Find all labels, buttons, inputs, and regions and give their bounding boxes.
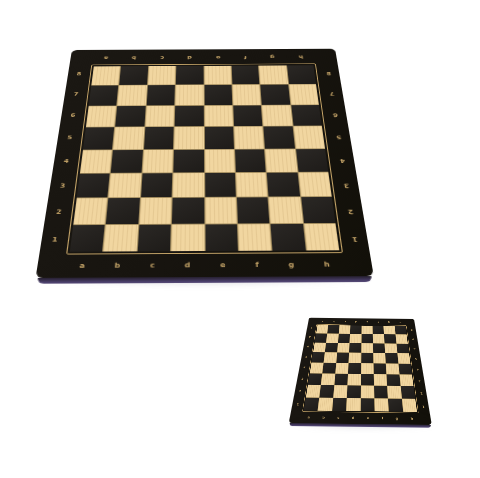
coord-label-top-b: b xyxy=(132,55,137,59)
square-f5 xyxy=(234,127,264,149)
square-e7 xyxy=(204,85,232,105)
coord-label-bottom-c: c xyxy=(337,416,339,419)
square-e3 xyxy=(205,173,236,197)
square-h8 xyxy=(395,326,407,334)
square-a2 xyxy=(306,385,321,397)
square-c8 xyxy=(148,66,176,85)
coord-label-right-2: 2 xyxy=(420,392,423,395)
square-e6 xyxy=(361,343,373,352)
coord-label-right-1: 1 xyxy=(422,405,425,408)
square-a4 xyxy=(80,150,112,173)
square-f3 xyxy=(374,374,387,385)
square-f8 xyxy=(373,326,384,334)
playing-area-border xyxy=(66,63,343,254)
square-c4 xyxy=(335,363,348,374)
square-b2 xyxy=(106,198,139,224)
square-c7 xyxy=(146,85,175,105)
square-h3 xyxy=(400,375,414,386)
square-e4 xyxy=(205,149,235,172)
square-f1 xyxy=(375,398,389,411)
coord-label-left-5: 5 xyxy=(305,356,307,358)
square-c3 xyxy=(334,374,347,385)
square-g5 xyxy=(264,126,295,148)
coord-label-top-h: h xyxy=(399,321,401,323)
coord-label-bottom-f: f xyxy=(382,417,384,420)
coord-label-right-6: 6 xyxy=(332,112,337,117)
coord-label-left-6: 6 xyxy=(307,346,309,348)
square-a1 xyxy=(70,225,105,252)
coord-label-bottom-a: a xyxy=(79,263,85,270)
chessboard-main-view: abcdefgh 87654321 87654321 abcdefgh xyxy=(36,49,374,278)
square-b3 xyxy=(109,173,141,197)
square-d8 xyxy=(176,66,203,85)
square-g6 xyxy=(262,105,292,126)
square-f6 xyxy=(373,343,385,352)
square-d7 xyxy=(175,85,203,105)
square-g7 xyxy=(384,334,396,343)
coord-label-bottom-d: d xyxy=(185,262,191,269)
coord-label-bottom-e: e xyxy=(367,417,369,420)
square-b3 xyxy=(321,374,335,385)
square-b6 xyxy=(325,343,337,352)
square-c5 xyxy=(144,127,174,149)
square-h1 xyxy=(304,223,340,250)
square-b4 xyxy=(111,150,143,173)
coord-label-left-1: 1 xyxy=(296,403,299,406)
coord-label-bottom-h: h xyxy=(411,417,414,420)
coord-label-bottom-f: f xyxy=(255,262,259,269)
square-b8 xyxy=(120,66,148,85)
square-h1 xyxy=(402,399,417,412)
square-d1 xyxy=(171,224,204,251)
square-f7 xyxy=(373,334,385,343)
coord-label-right-1: 1 xyxy=(351,235,357,241)
square-c1 xyxy=(332,398,346,411)
square-d3 xyxy=(348,374,361,385)
square-d8 xyxy=(350,325,361,333)
square-h6 xyxy=(397,344,410,353)
square-b6 xyxy=(116,106,146,127)
square-g7 xyxy=(261,85,290,105)
coord-label-top-d: d xyxy=(188,55,193,59)
square-a6 xyxy=(313,343,326,352)
coord-label-top-f: f xyxy=(244,54,247,58)
square-a7 xyxy=(89,86,119,106)
square-c5 xyxy=(336,353,349,363)
square-b1 xyxy=(104,225,138,252)
square-g3 xyxy=(267,173,300,197)
square-a4 xyxy=(310,363,324,374)
square-h5 xyxy=(293,126,325,148)
square-d2 xyxy=(172,198,204,224)
square-h5 xyxy=(397,353,410,363)
coord-label-top-e: e xyxy=(216,54,220,58)
coord-label-left-2: 2 xyxy=(299,390,302,393)
square-d4 xyxy=(173,149,203,172)
coord-label-left-7: 7 xyxy=(309,336,311,338)
square-f6 xyxy=(233,105,262,126)
playing-area-border xyxy=(302,324,418,413)
square-b5 xyxy=(324,352,337,362)
square-d3 xyxy=(173,173,204,197)
square-a5 xyxy=(83,127,114,149)
square-g8 xyxy=(384,326,395,334)
coord-label-left-1: 1 xyxy=(52,237,58,243)
coord-label-left-4: 4 xyxy=(63,159,69,164)
chessboard: abcdefgh 87654321 87654321 abcdefgh xyxy=(289,318,432,425)
square-e1 xyxy=(205,224,238,251)
coord-label-top-e: e xyxy=(366,321,368,323)
square-h2 xyxy=(301,197,336,223)
square-g4 xyxy=(386,363,399,374)
coord-label-right-3: 3 xyxy=(343,182,349,188)
coord-label-top-g: g xyxy=(270,54,275,58)
square-c2 xyxy=(333,385,347,397)
coord-label-bottom-e: e xyxy=(220,262,226,269)
square-e6 xyxy=(204,105,233,126)
coord-label-left-6: 6 xyxy=(70,113,75,118)
square-c7 xyxy=(338,334,350,343)
square-b8 xyxy=(328,325,340,333)
coord-label-bottom-d: d xyxy=(352,416,354,419)
square-g5 xyxy=(385,353,398,363)
square-c6 xyxy=(145,106,174,127)
square-g3 xyxy=(387,374,401,385)
square-c4 xyxy=(142,150,173,173)
coord-label-right-7: 7 xyxy=(412,338,414,340)
coord-label-top-f: f xyxy=(378,321,379,323)
square-g8 xyxy=(259,65,288,84)
coord-label-right-4: 4 xyxy=(339,157,345,162)
square-a3 xyxy=(77,173,110,197)
coord-label-top-c: c xyxy=(344,320,346,322)
squares-grid xyxy=(304,325,417,412)
square-a8 xyxy=(91,66,120,85)
square-f8 xyxy=(232,66,260,85)
square-a8 xyxy=(316,325,328,333)
coord-label-left-2: 2 xyxy=(56,209,62,215)
square-f2 xyxy=(237,198,270,224)
coord-label-left-8: 8 xyxy=(310,327,312,329)
square-f7 xyxy=(232,85,261,105)
square-f4 xyxy=(235,149,266,172)
square-f4 xyxy=(374,363,387,374)
square-d6 xyxy=(349,343,361,352)
coord-label-top-b: b xyxy=(333,320,335,322)
square-b4 xyxy=(323,363,336,374)
square-d2 xyxy=(347,386,360,398)
square-a5 xyxy=(312,352,325,362)
square-b5 xyxy=(113,127,144,149)
square-h7 xyxy=(396,335,408,344)
coords-top: abcdefgh xyxy=(91,49,316,65)
square-b1 xyxy=(318,398,333,411)
coord-label-top-h: h xyxy=(298,54,303,58)
square-d7 xyxy=(350,334,361,343)
coord-label-left-7: 7 xyxy=(73,92,78,97)
square-h3 xyxy=(298,172,332,196)
square-e8 xyxy=(204,66,231,85)
chessboard-thumbnail-view: abcdefgh 87654321 87654321 abcdefgh xyxy=(289,318,432,425)
coord-label-right-8: 8 xyxy=(410,329,412,331)
square-d1 xyxy=(346,398,360,411)
coord-label-bottom-g: g xyxy=(288,261,294,268)
square-c1 xyxy=(137,224,170,251)
coord-label-bottom-h: h xyxy=(324,261,330,268)
square-h7 xyxy=(289,85,319,105)
square-h8 xyxy=(287,65,316,84)
squares-grid xyxy=(70,65,339,251)
coord-label-right-2: 2 xyxy=(347,208,353,214)
coord-label-top-d: d xyxy=(355,321,357,323)
square-g1 xyxy=(271,224,306,251)
square-g6 xyxy=(385,344,397,353)
coord-label-bottom-b: b xyxy=(114,262,120,269)
coord-label-right-5: 5 xyxy=(415,357,417,359)
coord-label-top-c: c xyxy=(160,55,164,59)
square-d6 xyxy=(175,106,204,127)
square-g4 xyxy=(265,149,297,172)
coords-bottom: abcdefgh xyxy=(63,253,346,278)
coord-label-right-3: 3 xyxy=(418,379,421,382)
coord-label-right-5: 5 xyxy=(335,134,341,139)
square-d5 xyxy=(349,353,361,363)
square-c8 xyxy=(339,325,350,333)
square-e1 xyxy=(361,398,375,411)
square-g2 xyxy=(269,197,303,223)
square-a6 xyxy=(86,106,117,127)
square-g1 xyxy=(388,399,403,412)
coord-label-right-4: 4 xyxy=(416,368,418,371)
square-f5 xyxy=(373,353,385,363)
coord-label-left-3: 3 xyxy=(60,184,66,190)
square-e5 xyxy=(204,127,233,149)
square-d5 xyxy=(174,127,203,149)
square-f1 xyxy=(238,224,272,251)
square-h6 xyxy=(291,105,322,126)
coord-label-bottom-b: b xyxy=(322,416,325,419)
coords-bottom: abcdefgh xyxy=(300,412,420,425)
square-d4 xyxy=(348,363,361,374)
square-h4 xyxy=(398,364,411,375)
square-a2 xyxy=(73,198,107,224)
coord-label-bottom-c: c xyxy=(150,262,155,269)
square-e7 xyxy=(361,334,372,343)
square-a3 xyxy=(308,373,322,384)
square-e8 xyxy=(362,326,373,334)
coord-label-right-7: 7 xyxy=(329,91,334,96)
square-f2 xyxy=(374,386,388,398)
chessboard: abcdefgh 87654321 87654321 abcdefgh xyxy=(36,49,374,278)
square-e5 xyxy=(361,353,373,363)
coord-label-left-8: 8 xyxy=(76,72,81,76)
square-a7 xyxy=(315,334,327,343)
coord-label-top-g: g xyxy=(388,321,390,323)
square-f3 xyxy=(236,173,268,197)
square-e2 xyxy=(205,198,237,224)
coord-label-left-4: 4 xyxy=(303,367,305,370)
coord-label-top-a: a xyxy=(322,320,324,322)
square-b2 xyxy=(320,385,334,397)
coord-label-bottom-g: g xyxy=(396,417,399,420)
square-c3 xyxy=(141,173,173,197)
square-b7 xyxy=(118,86,147,106)
square-h4 xyxy=(296,149,329,172)
product-image: abcdefgh 87654321 87654321 abcdefgh abcd… xyxy=(0,0,480,478)
coord-label-left-5: 5 xyxy=(67,136,73,141)
square-e2 xyxy=(361,386,374,398)
coord-label-left-3: 3 xyxy=(301,378,304,381)
square-h2 xyxy=(401,386,415,398)
square-a1 xyxy=(304,398,319,411)
coord-label-right-6: 6 xyxy=(413,347,415,349)
square-e3 xyxy=(361,374,374,385)
square-g2 xyxy=(387,386,401,398)
square-e4 xyxy=(361,363,373,374)
coord-label-right-8: 8 xyxy=(326,71,331,75)
square-c6 xyxy=(337,343,349,352)
coord-label-top-a: a xyxy=(104,55,109,59)
square-c2 xyxy=(139,198,172,224)
coord-label-bottom-a: a xyxy=(307,416,310,419)
square-b7 xyxy=(326,334,338,343)
